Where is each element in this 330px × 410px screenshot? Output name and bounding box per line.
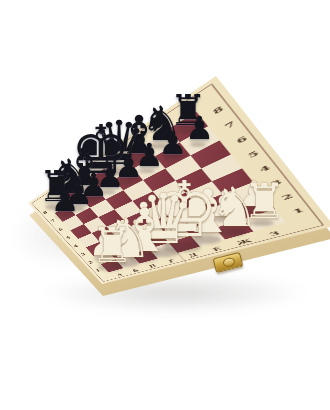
board-cast-shadow xyxy=(40,272,310,314)
piece-black-pawn[interactable]: ♟ xyxy=(51,185,80,217)
chess-set-photo: АБВГДЕЖЗ8877665544332211 ♜♞♝♚♛♝♞♜♟♟♟♟♟♟♟… xyxy=(0,0,330,410)
pieces-layer: ♜♞♝♚♛♝♞♜♟♟♟♟♟♟♟♟♟♟♟♟♟♟♟♟♜♞♝♛♚♝♞♜ xyxy=(0,0,330,410)
piece-white-rook[interactable]: ♜ xyxy=(90,221,133,269)
clasp-hook-icon xyxy=(222,256,236,268)
piece-black-pawn[interactable]: ♟ xyxy=(185,114,214,146)
